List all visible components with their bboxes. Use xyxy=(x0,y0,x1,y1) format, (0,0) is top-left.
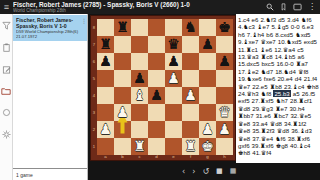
filter-icon[interactable] xyxy=(2,21,11,30)
piece-black-rook-b8[interactable]: ♜ xyxy=(114,19,131,36)
rank-label-5: 5 xyxy=(91,70,97,87)
square-c7[interactable] xyxy=(131,36,148,53)
square-d6[interactable] xyxy=(148,53,165,70)
square-c8[interactable] xyxy=(131,19,148,36)
board-icon[interactable] xyxy=(293,3,302,11)
event-subtitle: World Championship 28th xyxy=(13,8,262,13)
square-g3[interactable] xyxy=(199,104,216,121)
clipboard-icon[interactable] xyxy=(2,43,11,52)
square-b4[interactable] xyxy=(114,87,131,104)
piece-black-pawn-g7[interactable]: ♟ xyxy=(199,36,216,53)
square-h8[interactable]: ♚ xyxy=(216,19,233,36)
settings-icon[interactable] xyxy=(2,130,11,139)
hamburger-menu-icon[interactable]: ≡ xyxy=(0,0,13,14)
square-c2[interactable] xyxy=(131,121,148,138)
square-f3[interactable] xyxy=(182,104,199,121)
rank-label-4: 4 xyxy=(91,87,97,104)
square-a6[interactable]: ♟ xyxy=(97,53,114,70)
square-a1[interactable] xyxy=(97,138,114,155)
rank-label-3: 3 xyxy=(91,104,97,121)
piece-white-pawn-a2[interactable]: ♟ xyxy=(97,121,114,138)
sync-icon[interactable] xyxy=(2,108,11,117)
app-bar: ≡ Fischer, Robert James (2785) - Spassky… xyxy=(0,0,320,14)
piece-white-pawn-h2[interactable]: ♟ xyxy=(216,121,233,138)
previous-move-button[interactable]: ‹ xyxy=(182,163,185,180)
next-move-button[interactable]: › xyxy=(192,163,195,180)
piece-white-pawn-f4[interactable]: ♟ xyxy=(182,87,199,104)
square-d8[interactable] xyxy=(148,19,165,36)
piece-black-rook-a7[interactable]: ♜ xyxy=(97,36,114,53)
chess-board: 87654321 abcdefgh ♜♞♚♜♛♟♟♟♟♟♟♝♟♟♟♛♟♟♟♜♜♚ xyxy=(90,15,236,161)
piece-white-pawn-b3[interactable]: ♟ xyxy=(114,104,131,121)
appbar-actions: ⋮ xyxy=(262,0,320,14)
game-entry-date: 21.07.1972 xyxy=(16,34,81,39)
move-list: 1.c4 e6 2.♞f3 d5 3.d4 ♞f6 4.♞c3 ♝e7 5.♝g… xyxy=(238,16,319,157)
piece-white-rook-c1[interactable]: ♜ xyxy=(131,138,148,155)
square-d3[interactable] xyxy=(148,104,165,121)
square-a3[interactable] xyxy=(97,104,114,121)
board-grid: ♜♞♚♜♛♟♟♟♟♟♟♝♟♟♟♛♟♟♟♜♜♚ xyxy=(97,19,233,155)
playback-bar: ‹ › ↺ ■ ▦ xyxy=(88,163,320,180)
square-h5[interactable] xyxy=(216,70,233,87)
square-a5[interactable] xyxy=(97,70,114,87)
square-h2[interactable]: ♟ xyxy=(216,121,233,138)
square-g2[interactable]: ♟ xyxy=(199,121,216,138)
piece-white-bishop-c4[interactable]: ♝ xyxy=(131,87,148,104)
square-c1[interactable]: ♜ xyxy=(131,138,148,155)
square-f1[interactable]: ♜ xyxy=(182,138,199,155)
square-e7[interactable]: ♛ xyxy=(165,36,182,53)
square-b2[interactable] xyxy=(114,121,131,138)
game-entry-lines: Fischer, Robert James- Spassky, Boris V … xyxy=(16,17,81,39)
square-a2[interactable]: ♟ xyxy=(97,121,114,138)
square-f7[interactable] xyxy=(182,36,199,53)
square-b6[interactable] xyxy=(114,53,131,70)
square-b5[interactable] xyxy=(114,70,131,87)
square-c5[interactable]: ♟ xyxy=(131,70,148,87)
game-list-item-selected[interactable]: Fischer, Robert James- Spassky, Boris V … xyxy=(13,15,87,41)
square-e6[interactable]: ♟ xyxy=(165,53,182,70)
bookmark-icon[interactable] xyxy=(280,3,287,11)
piece-white-pawn-g2[interactable]: ♟ xyxy=(199,121,216,138)
piece-black-queen-e7[interactable]: ♛ xyxy=(165,36,182,53)
square-g5[interactable] xyxy=(199,70,216,87)
square-a4[interactable] xyxy=(97,87,114,104)
edit-icon[interactable] xyxy=(2,65,11,74)
stop-button[interactable]: ■ xyxy=(216,163,223,180)
square-c3[interactable] xyxy=(131,104,148,121)
square-b7[interactable] xyxy=(114,36,131,53)
piece-black-pawn-c5[interactable]: ♟ xyxy=(131,70,148,87)
playback-controls: ‹ › ↺ ■ ▦ xyxy=(182,163,236,180)
square-b1[interactable] xyxy=(114,138,131,155)
piece-white-pawn-e5[interactable]: ♟ xyxy=(165,70,182,87)
game-list-panel: Fischer, Robert James- Spassky, Boris V … xyxy=(13,14,88,180)
rank-label-8: 8 xyxy=(91,19,97,36)
square-f5[interactable] xyxy=(182,70,199,87)
square-f6[interactable] xyxy=(182,53,199,70)
overflow-menu-icon[interactable]: ⋮ xyxy=(308,0,316,14)
square-h6[interactable]: ♟ xyxy=(216,53,233,70)
square-e2[interactable] xyxy=(165,121,182,138)
piece-black-knight-f8[interactable]: ♞ xyxy=(182,19,199,36)
game-entry-overflow-icon[interactable]: ⋮ xyxy=(81,17,86,39)
rank-label-1: 1 xyxy=(91,138,97,155)
left-icon-rail xyxy=(0,14,13,180)
square-g8[interactable] xyxy=(199,19,216,36)
square-g1[interactable]: ♚ xyxy=(199,138,216,155)
game-title: Fischer, Robert James (2785) - Spassky, … xyxy=(13,1,262,8)
flip-board-button[interactable]: ↺ xyxy=(202,163,209,180)
piece-black-pawn-a6[interactable]: ♟ xyxy=(97,53,114,70)
square-e3[interactable] xyxy=(165,104,182,121)
notation-panel: 1.c4 e6 2.♞f3 d5 3.d4 ♞f6 4.♞c3 ♝e7 5.♝g… xyxy=(236,14,320,163)
square-h1[interactable] xyxy=(216,138,233,155)
square-f8[interactable]: ♞ xyxy=(182,19,199,36)
square-d7[interactable] xyxy=(148,36,165,53)
square-h4[interactable] xyxy=(216,87,233,104)
square-c4[interactable]: ♝ xyxy=(131,87,148,104)
search-icon[interactable] xyxy=(266,3,274,11)
piece-white-queen-h3[interactable]: ♛ xyxy=(216,104,233,121)
square-d4[interactable]: ♟ xyxy=(148,87,165,104)
square-e5[interactable]: ♟ xyxy=(165,70,182,87)
piece-black-king-h8[interactable]: ♚ xyxy=(216,19,233,36)
header-titles: Fischer, Robert James (2785) - Spassky, … xyxy=(13,1,262,13)
piece-black-pawn-h6[interactable]: ♟ xyxy=(216,53,233,70)
piece-white-king-g1[interactable]: ♚ xyxy=(199,138,216,155)
square-d5[interactable] xyxy=(148,70,165,87)
square-a7[interactable]: ♜ xyxy=(97,36,114,53)
square-f2[interactable] xyxy=(182,121,199,138)
square-a8[interactable] xyxy=(97,19,114,36)
square-e4[interactable] xyxy=(165,87,182,104)
content-area: 87654321 abcdefgh ♜♞♚♜♛♟♟♟♟♟♟♝♟♟♟♛♟♟♟♜♜♚… xyxy=(88,14,320,180)
piece-black-pawn-e6[interactable]: ♟ xyxy=(165,53,182,70)
square-f4[interactable]: ♟ xyxy=(182,87,199,104)
square-b8[interactable]: ♜ xyxy=(114,19,131,36)
square-g7[interactable]: ♟ xyxy=(199,36,216,53)
square-d1[interactable] xyxy=(148,138,165,155)
setup-board-button[interactable]: ▦ xyxy=(230,163,237,180)
piece-black-pawn-d4[interactable]: ♟ xyxy=(148,87,165,104)
square-h3[interactable]: ♛ xyxy=(216,104,233,121)
square-e8[interactable] xyxy=(165,19,182,36)
square-e1[interactable] xyxy=(165,138,182,155)
square-b3[interactable]: ♟ xyxy=(114,104,131,121)
square-g4[interactable] xyxy=(199,87,216,104)
app-window: ≡ Fischer, Robert James (2785) - Spassky… xyxy=(0,0,320,180)
moves-after-selection[interactable]: a5 26.f5 exf5 27.♜xf5 ♞h7 28.♜cf1 ♛d8 29… xyxy=(238,90,315,156)
selected-move[interactable]: 25.b3 xyxy=(273,90,290,97)
square-g6[interactable] xyxy=(199,53,216,70)
game-list-empty-area xyxy=(13,41,87,168)
database-icon[interactable] xyxy=(1,87,11,95)
square-c6[interactable] xyxy=(131,53,148,70)
piece-white-rook-f1[interactable]: ♜ xyxy=(182,138,199,155)
moves-before-selection[interactable]: 1.c4 e6 2.♞f3 d5 3.d4 ♞f6 4.♞c3 ♝e7 5.♝g… xyxy=(238,16,319,97)
square-d2[interactable] xyxy=(148,121,165,138)
game-count-status: 1 game xyxy=(13,168,87,180)
square-h7[interactable] xyxy=(216,36,233,53)
